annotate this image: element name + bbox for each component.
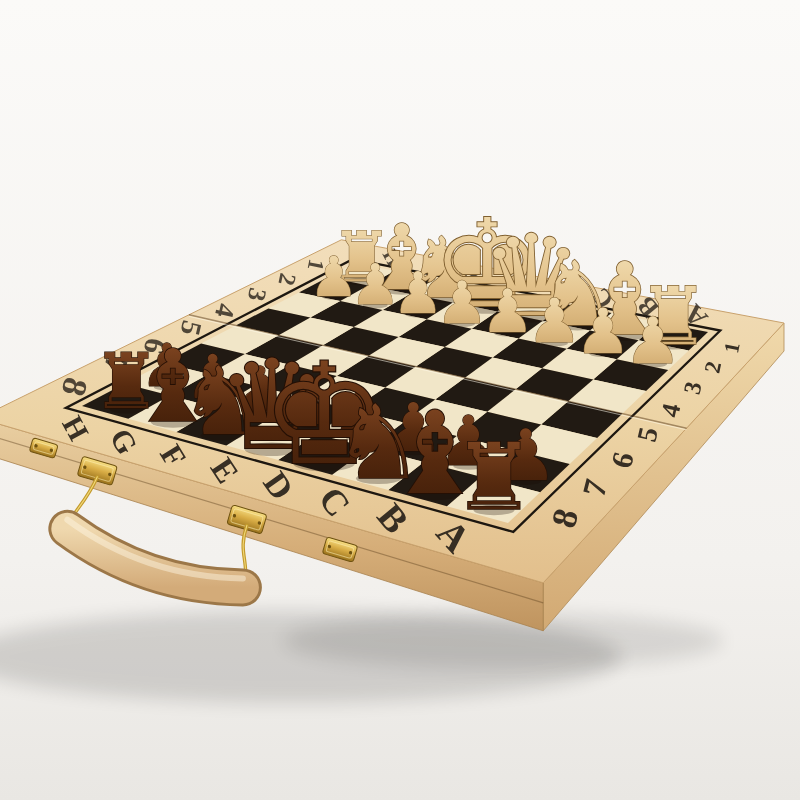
light-pawn-a2: ♟: [624, 304, 681, 378]
floor-shadow: [283, 613, 723, 669]
dark-rook-a8: ♜: [453, 423, 536, 531]
light-pawn-c2: ♟: [527, 285, 582, 356]
light-pawn-b2: ♟: [575, 295, 631, 368]
chess-set-scene: AABBCCDDEEFFGGHH1122334455667788♜♝♟♞♟♚♟♛…: [0, 0, 800, 800]
wooden-folding-chess-set-photo: AABBCCDDEEFFGGHH1122334455667788♜♝♟♞♟♚♟♛…: [0, 0, 800, 800]
